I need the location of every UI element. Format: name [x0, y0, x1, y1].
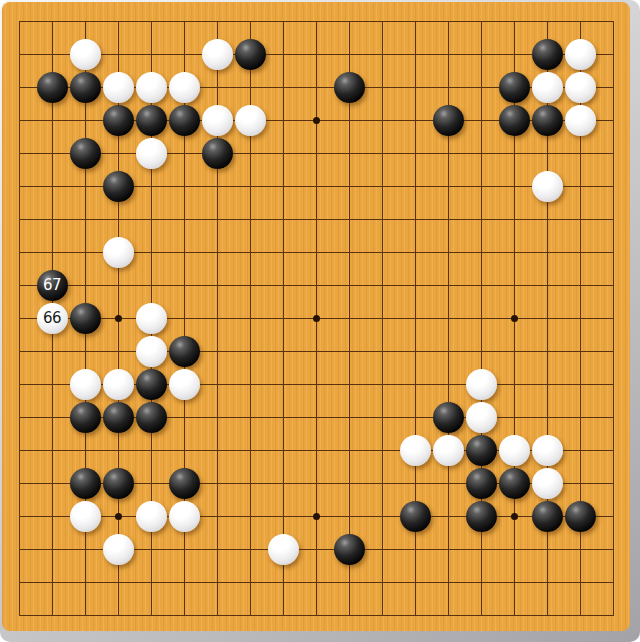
stone-white — [235, 105, 266, 136]
star-point — [511, 315, 518, 322]
stone-white — [70, 369, 101, 400]
stone-white — [466, 369, 497, 400]
stone-black — [136, 402, 167, 433]
stone-white — [202, 39, 233, 70]
stone-black — [532, 39, 563, 70]
stone-white — [169, 369, 200, 400]
star-point — [313, 513, 320, 520]
star-point — [511, 513, 518, 520]
star-point — [115, 315, 122, 322]
stone-black — [70, 303, 101, 334]
stone-white — [565, 105, 596, 136]
stone-black — [235, 39, 266, 70]
stone-black — [532, 501, 563, 532]
grid-line-vertical — [613, 21, 614, 616]
stone-white — [103, 237, 134, 268]
grid-line-horizontal — [19, 615, 614, 616]
stone-black — [70, 402, 101, 433]
stone-white — [136, 138, 167, 169]
image-frame: 6766 — [0, 0, 640, 642]
stone-black — [334, 72, 365, 103]
stone-white — [103, 534, 134, 565]
stone-white — [400, 435, 431, 466]
stone-black — [70, 468, 101, 499]
stone-black — [433, 402, 464, 433]
stone-black — [499, 105, 530, 136]
grid-line-horizontal — [19, 351, 614, 352]
stone-white — [136, 336, 167, 367]
stone-black — [466, 468, 497, 499]
stone-black — [169, 105, 200, 136]
stone-white — [202, 105, 233, 136]
stone-black — [169, 468, 200, 499]
stone-white — [103, 72, 134, 103]
grid-line-horizontal — [19, 582, 614, 583]
stone-white — [433, 435, 464, 466]
stone-black — [334, 534, 365, 565]
stone-black — [70, 138, 101, 169]
move-number-label: 66 — [37, 303, 68, 334]
stone-white — [103, 369, 134, 400]
stone-black — [400, 501, 431, 532]
stone-black — [565, 501, 596, 532]
stone-black — [202, 138, 233, 169]
go-board[interactable]: 6766 — [2, 2, 630, 631]
grid-line-vertical — [349, 21, 350, 616]
move-number-label: 67 — [37, 270, 68, 301]
stone-black — [499, 72, 530, 103]
stone-black — [169, 336, 200, 367]
stone-black — [37, 72, 68, 103]
stone-black — [103, 105, 134, 136]
star-point — [115, 513, 122, 520]
stone-white — [136, 72, 167, 103]
stone-white — [136, 501, 167, 532]
stone-white — [466, 402, 497, 433]
stone-white — [136, 303, 167, 334]
star-point — [313, 315, 320, 322]
stone-white — [169, 501, 200, 532]
stone-black — [433, 105, 464, 136]
stone-black — [532, 105, 563, 136]
stone-white — [532, 72, 563, 103]
stone-black: 67 — [37, 270, 68, 301]
stone-white — [532, 468, 563, 499]
stone-black — [136, 105, 167, 136]
stone-white — [565, 72, 596, 103]
stone-white — [169, 72, 200, 103]
stone-black — [103, 402, 134, 433]
stone-white — [268, 534, 299, 565]
stone-white — [70, 39, 101, 70]
stone-white: 66 — [37, 303, 68, 334]
stone-white — [565, 39, 596, 70]
stone-black — [466, 501, 497, 532]
stone-white — [70, 501, 101, 532]
grid-line-vertical — [382, 21, 383, 616]
stone-black — [466, 435, 497, 466]
stone-black — [70, 72, 101, 103]
star-point — [313, 117, 320, 124]
stone-white — [532, 171, 563, 202]
stone-white — [532, 435, 563, 466]
stone-black — [499, 468, 530, 499]
stone-white — [499, 435, 530, 466]
stone-black — [103, 468, 134, 499]
stone-black — [136, 369, 167, 400]
stone-black — [103, 171, 134, 202]
